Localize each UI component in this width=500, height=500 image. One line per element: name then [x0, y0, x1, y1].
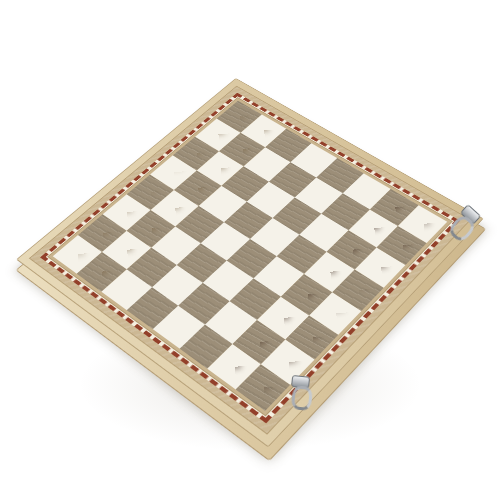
clasp-ring-icon	[291, 385, 313, 411]
metal-clasp-front	[284, 375, 318, 420]
product-photo-stage: ♜♞♝♛♚♝♞♜♟♟♟♟♟♟♟♟♟♟♟♟♟♟♟♟♜♞♝♛♚♝♞♜	[0, 0, 500, 500]
